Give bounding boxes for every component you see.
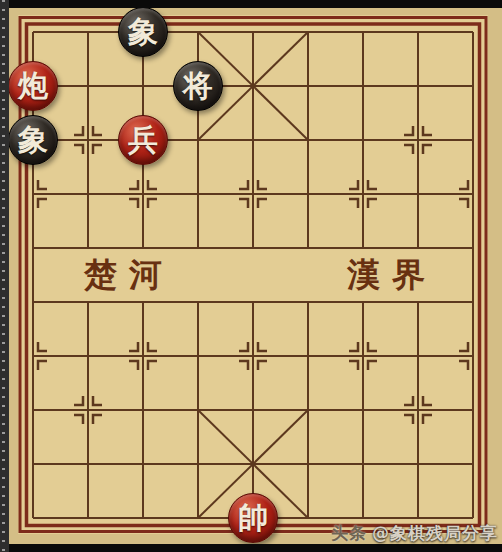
letterbox-top (9, 0, 502, 8)
piece-red-general[interactable]: 帥 (228, 493, 278, 543)
piece-red-cannon[interactable]: 炮 (8, 61, 58, 111)
watermark-handle: @象棋残局分享 (372, 523, 498, 543)
watermark-brand: 头条 (331, 523, 367, 543)
watermark: 头条@象棋残局分享 (331, 522, 498, 545)
piece-black-elephant[interactable]: 象 (8, 115, 58, 165)
letterbox-bottom (9, 544, 502, 552)
piece-black-elephant[interactable]: 象 (118, 7, 168, 57)
board-intersections[interactable]: 象炮将象兵帥 (6, 5, 501, 545)
film-strip-edge (0, 0, 9, 552)
piece-black-general[interactable]: 将 (173, 61, 223, 111)
piece-red-soldier[interactable]: 兵 (118, 115, 168, 165)
